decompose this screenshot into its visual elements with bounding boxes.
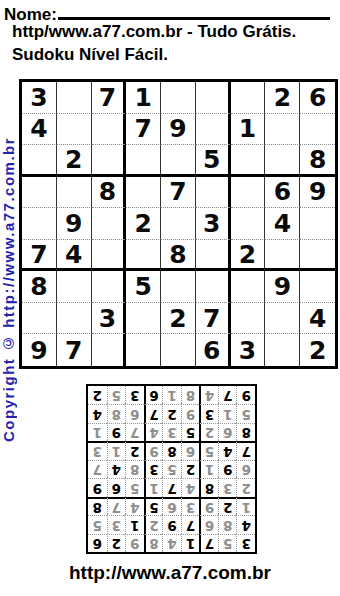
solution-cell-solved: 1: [218, 404, 237, 422]
solution-cell-solved: 8: [107, 404, 126, 422]
puzzle-cell: [57, 177, 92, 209]
solution-cell-solved: 6: [181, 441, 200, 459]
puzzle-cell: 4: [57, 240, 92, 272]
solution-cell-given: 3: [125, 386, 144, 404]
solution-cell-given: 6: [107, 478, 126, 496]
solution-cell-given: 6: [144, 386, 163, 404]
puzzle-cell: [57, 114, 92, 146]
copyright-text: Copyright © http://www.a77.com.br: [0, 84, 18, 442]
puzzle-cell: 8: [300, 145, 335, 177]
solution-cell-given: 9: [218, 460, 237, 478]
puzzle-cell: [161, 271, 196, 303]
solution-cell-given: 7: [181, 515, 200, 533]
puzzle-cell: 2: [231, 240, 266, 272]
puzzle-cell: [92, 334, 127, 366]
solution-cell-solved: 2: [144, 515, 163, 533]
name-underline: [58, 2, 330, 20]
solution-cell-solved: 6: [162, 497, 181, 515]
puzzle-cell: [265, 303, 300, 335]
puzzle-cell: 2: [300, 334, 335, 366]
solution-cell-solved: 2: [199, 423, 218, 441]
solution-cell-solved: 8: [125, 460, 144, 478]
solution-cell-given: 1: [181, 534, 200, 552]
solution-cell-given: 9: [107, 423, 126, 441]
puzzle-cell: [126, 240, 161, 272]
solution-cell-solved: 1: [88, 423, 107, 441]
solution-cell-solved: 6: [125, 404, 144, 422]
solution-cell-given: 8: [162, 441, 181, 459]
puzzle-cell: [196, 177, 231, 209]
solution-cell-given: 1: [125, 515, 144, 533]
puzzle-cell: [57, 303, 92, 335]
solution-cell-given: 9: [236, 386, 255, 404]
puzzle-cell: [231, 177, 266, 209]
solution-cell-given: 2: [162, 404, 181, 422]
puzzle-cell: 1: [231, 114, 266, 146]
solution-cell-solved: 3: [181, 497, 200, 515]
puzzle-cell: 4: [300, 303, 335, 335]
puzzle-cell: 8: [22, 271, 57, 303]
solution-cell-given: 5: [181, 423, 200, 441]
puzzle-cell: 2: [161, 303, 196, 335]
puzzle-cell: 7: [196, 303, 231, 335]
solution-cell-given: 8: [199, 478, 218, 496]
solution-cell-given: 4: [218, 441, 237, 459]
puzzle-cell: [196, 82, 231, 114]
solution-cell-solved: 6: [199, 515, 218, 533]
puzzle-cell: [22, 145, 57, 177]
solution-cell-given: 7: [199, 534, 218, 552]
solution-grid: 3571489264867921351293654782384715696912…: [86, 384, 257, 554]
puzzle-cell: [161, 82, 196, 114]
puzzle-cell: 7: [161, 177, 196, 209]
solution-cell-solved: 9: [181, 404, 200, 422]
puzzle-cell: [92, 114, 127, 146]
solution-cell-given: 8: [88, 497, 107, 515]
puzzle-cell: 1: [126, 82, 161, 114]
puzzle-cell: 2: [126, 208, 161, 240]
solution-cell-solved: 5: [125, 478, 144, 496]
solution-cell-solved: 9: [199, 497, 218, 515]
solution-cell-solved: 5: [88, 515, 107, 533]
solution-cell-solved: 5: [236, 404, 255, 422]
puzzle-cell: 7: [126, 114, 161, 146]
puzzle-cell: 3: [22, 82, 57, 114]
solution-cell-solved: 5: [162, 460, 181, 478]
puzzle-cell: [92, 240, 127, 272]
puzzle-cell: [196, 114, 231, 146]
solution-cell-given: 7: [144, 404, 163, 422]
solution-cell-given: 3: [144, 460, 163, 478]
solution-cell-solved: 6: [236, 460, 255, 478]
solution-cell-given: 2: [125, 441, 144, 459]
puzzle-cell: 6: [300, 82, 335, 114]
puzzle-cell: 6: [265, 177, 300, 209]
puzzle-cell: [231, 208, 266, 240]
puzzle-cell: [265, 334, 300, 366]
puzzle-cell: [22, 303, 57, 335]
solution-cell-given: 4: [236, 515, 255, 533]
solution-cell-given: 2: [218, 497, 237, 515]
puzzle-cell: 9: [22, 334, 57, 366]
solution-cell-given: 2: [88, 386, 107, 404]
puzzle-cell: 6: [196, 334, 231, 366]
puzzle-cell: [265, 114, 300, 146]
puzzle-cell: [300, 114, 335, 146]
solution-cell-solved: 1: [236, 497, 255, 515]
puzzle-cell: [231, 82, 266, 114]
solution-cell-solved: 7: [88, 460, 107, 478]
puzzle-cell: 7: [57, 334, 92, 366]
puzzle-cell: 3: [92, 303, 127, 335]
solution-cell-solved: 2: [236, 478, 255, 496]
puzzle-cell: 5: [196, 145, 231, 177]
solution-cell-solved: 9: [125, 534, 144, 552]
solution-cell-given: 2: [107, 534, 126, 552]
puzzle-cell: [126, 334, 161, 366]
puzzle-cell: 2: [57, 145, 92, 177]
puzzle-cell: 3: [196, 208, 231, 240]
puzzle-cell: [161, 208, 196, 240]
solution-cell-given: 6: [88, 534, 107, 552]
puzzle-cell: [231, 303, 266, 335]
footer-url: http://www.a77.com.br: [0, 562, 340, 584]
solution-cell-solved: 1: [199, 460, 218, 478]
puzzle-cell: [57, 271, 92, 303]
puzzle-cell: 9: [57, 208, 92, 240]
solution-cell-solved: 8: [181, 386, 200, 404]
solution-cell-solved: 8: [218, 515, 237, 533]
solution-cell-given: 7: [236, 441, 255, 459]
solution-cell-solved: 9: [144, 441, 163, 459]
puzzle-cell: 8: [161, 240, 196, 272]
solution-cell-solved: 1: [107, 441, 126, 459]
solution-cell-solved: 4: [162, 534, 181, 552]
puzzle-cell: 9: [300, 177, 335, 209]
solution-cell-solved: 7: [125, 423, 144, 441]
solution-cell-given: 9: [162, 515, 181, 533]
solution-cell-given: 7: [218, 386, 237, 404]
puzzle-cell: [265, 145, 300, 177]
solution-cell-solved: 4: [199, 386, 218, 404]
solution-cell-solved: 3: [107, 515, 126, 533]
puzzle-cell: [126, 145, 161, 177]
puzzle-cell: [196, 271, 231, 303]
puzzle-cell: [161, 145, 196, 177]
puzzle-cell: [161, 334, 196, 366]
puzzle-cell: [231, 145, 266, 177]
solution-cell-given: 2: [181, 460, 200, 478]
solution-cell-given: 3: [236, 534, 255, 552]
solution-cell-solved: 3: [162, 423, 181, 441]
puzzle-cell: 8: [92, 177, 127, 209]
solution-cell-solved: 6: [218, 423, 237, 441]
solution-cell-solved: 5: [199, 441, 218, 459]
solution-cell-given: 9: [88, 478, 107, 496]
puzzle-cell: 3: [231, 334, 266, 366]
solution-cell-given: 4: [88, 404, 107, 422]
solution-cell-solved: 1: [144, 478, 163, 496]
puzzle-cell: 4: [22, 114, 57, 146]
solution-cell-solved: 4: [125, 497, 144, 515]
puzzle-cell: [92, 208, 127, 240]
solution-cell-given: 5: [144, 497, 163, 515]
header-site-line: http/www.a77.com.br - Tudo Grátis.: [12, 22, 296, 42]
puzzle-cell: [126, 177, 161, 209]
solution-cell-solved: 5: [107, 386, 126, 404]
solution-cell-solved: 7: [107, 497, 126, 515]
puzzle-cell: 4: [265, 208, 300, 240]
puzzle-cell: [196, 240, 231, 272]
solution-cell-solved: 4: [181, 478, 200, 496]
puzzle-cell: 5: [126, 271, 161, 303]
solution-cell-solved: 1: [162, 386, 181, 404]
solution-cell-solved: 8: [144, 534, 163, 552]
puzzle-cell: [300, 208, 335, 240]
puzzle-cell: [92, 271, 127, 303]
solution-cell-solved: 5: [218, 534, 237, 552]
puzzle-cell: 9: [265, 271, 300, 303]
puzzle-cell: [22, 177, 57, 209]
solution-cell-solved: 3: [218, 478, 237, 496]
solution-cell-given: 3: [199, 404, 218, 422]
solution-cell-given: 4: [107, 460, 126, 478]
puzzle-cell: [126, 303, 161, 335]
solution-cell-solved: 3: [88, 441, 107, 459]
puzzle-cell: 9: [161, 114, 196, 146]
puzzle-grid: 371264791258876992347482859327497632: [19, 79, 338, 369]
puzzle-cell: 2: [265, 82, 300, 114]
puzzle-cell: [92, 145, 127, 177]
solution-cell-given: 8: [236, 423, 255, 441]
solution-cell-given: 7: [162, 478, 181, 496]
puzzle-cell: [300, 240, 335, 272]
puzzle-cell: 7: [92, 82, 127, 114]
solution-cell-solved: 4: [144, 423, 163, 441]
puzzle-cell: [265, 240, 300, 272]
puzzle-cell: [22, 208, 57, 240]
puzzle-cell: [57, 82, 92, 114]
puzzle-cell: [231, 271, 266, 303]
puzzle-cell: 7: [22, 240, 57, 272]
header-level-line: Sudoku Nível Fácil.: [12, 45, 168, 65]
puzzle-cell: [300, 271, 335, 303]
